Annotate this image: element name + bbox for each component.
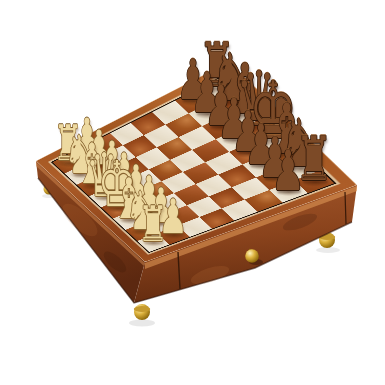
foot-shadow: [129, 320, 155, 327]
chess-set-photo: ♜♞♝♛♚♝♞♜♟♟♟♟♟♟♟♟♟♟♟♟♟♟♟♟♜♞♝♛♚♝♞♜: [0, 0, 385, 385]
drawer-knob: [245, 249, 259, 263]
brass-foot-front-collar: [134, 306, 150, 312]
